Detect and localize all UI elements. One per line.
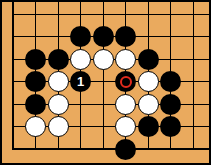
white-stone [138, 71, 159, 92]
black-stone [160, 71, 181, 92]
intersection-c5-r1[interactable] [92, 3, 115, 26]
intersection-c7-r3[interactable] [137, 48, 160, 71]
intersection-c3-r2[interactable] [47, 25, 70, 48]
intersection-c6-r2[interactable] [114, 25, 137, 48]
black-stone [115, 139, 136, 160]
intersection-c6-r3[interactable] [114, 48, 137, 71]
black-stone [138, 116, 159, 137]
black-stone [70, 26, 91, 47]
black-stone [25, 49, 46, 70]
white-stone [25, 116, 46, 137]
intersection-c8-r6[interactable] [159, 115, 182, 138]
intersection-c3-r6[interactable] [47, 115, 70, 138]
intersection-c6-r4[interactable] [114, 70, 137, 93]
intersection-c9-r6[interactable] [182, 115, 205, 138]
white-stone [70, 49, 91, 70]
white-stone [115, 49, 136, 70]
intersection-c7-r7[interactable] [137, 138, 160, 161]
intersection-c7-r5[interactable] [137, 93, 160, 116]
intersection-c4-r1[interactable] [69, 3, 92, 26]
go-diagram: 1 [0, 0, 211, 165]
intersection-c6-r5[interactable] [114, 93, 137, 116]
intersection-c1-r6[interactable] [2, 115, 25, 138]
black-stone [138, 49, 159, 70]
intersection-c3-r3[interactable] [47, 48, 70, 71]
intersection-c1-r2[interactable] [2, 25, 25, 48]
white-stone [138, 94, 159, 115]
intersection-c5-r6[interactable] [92, 115, 115, 138]
intersection-c2-r6[interactable] [24, 115, 47, 138]
intersection-c3-r4[interactable] [47, 70, 70, 93]
intersection-c9-r7[interactable] [182, 138, 205, 161]
white-stone [48, 71, 69, 92]
intersection-c2-r7[interactable] [24, 138, 47, 161]
intersection-c2-r3[interactable] [24, 48, 47, 71]
intersection-c3-r7[interactable] [47, 138, 70, 161]
black-stone [115, 26, 136, 47]
intersection-c8-r7[interactable] [159, 138, 182, 161]
intersection-c4-r3[interactable] [69, 48, 92, 71]
intersection-c5-r3[interactable] [92, 48, 115, 71]
intersection-c6-r1[interactable] [114, 3, 137, 26]
intersection-c8-r4[interactable] [159, 70, 182, 93]
intersection-c6-r7[interactable] [114, 138, 137, 161]
intersection-c5-r7[interactable] [92, 138, 115, 161]
intersection-c7-r4[interactable] [137, 70, 160, 93]
white-stone [48, 94, 69, 115]
intersection-c1-r1[interactable] [2, 3, 25, 26]
intersection-c4-r5[interactable] [69, 93, 92, 116]
intersection-c9-r5[interactable] [182, 93, 205, 116]
intersection-c2-r1[interactable] [24, 3, 47, 26]
black-stone [160, 116, 181, 137]
intersection-c8-r2[interactable] [159, 25, 182, 48]
white-stone [115, 94, 136, 115]
intersection-c6-r6[interactable] [114, 115, 137, 138]
black-stone: 1 [70, 71, 91, 92]
black-stone [48, 49, 69, 70]
black-stone [25, 94, 46, 115]
intersection-c5-r4[interactable] [92, 70, 115, 93]
intersection-c8-r3[interactable] [159, 48, 182, 71]
intersection-c9-r2[interactable] [182, 25, 205, 48]
intersection-c4-r6[interactable] [69, 115, 92, 138]
intersection-c8-r1[interactable] [159, 3, 182, 26]
intersection-c2-r2[interactable] [24, 25, 47, 48]
intersection-c4-r2[interactable] [69, 25, 92, 48]
intersection-c4-r4[interactable]: 1 [69, 70, 92, 93]
black-stone [115, 71, 136, 92]
intersection-c3-r1[interactable] [47, 3, 70, 26]
black-stone [160, 94, 181, 115]
intersection-c7-r6[interactable] [137, 115, 160, 138]
intersection-c4-r7[interactable] [69, 138, 92, 161]
intersection-c8-r5[interactable] [159, 93, 182, 116]
intersection-c9-r1[interactable] [182, 3, 205, 26]
intersection-c7-r2[interactable] [137, 25, 160, 48]
intersection-c9-r3[interactable] [182, 48, 205, 71]
intersection-c1-r4[interactable] [2, 70, 25, 93]
intersection-c2-r5[interactable] [24, 93, 47, 116]
white-stone [115, 116, 136, 137]
move-number-label: 1 [77, 75, 84, 88]
intersection-c1-r3[interactable] [2, 48, 25, 71]
intersection-c1-r7[interactable] [2, 138, 25, 161]
black-stone [93, 26, 114, 47]
intersection-c1-r5[interactable] [2, 93, 25, 116]
white-stone [93, 49, 114, 70]
intersection-c5-r2[interactable] [92, 25, 115, 48]
white-stone [48, 116, 69, 137]
intersection-c5-r5[interactable] [92, 93, 115, 116]
go-board: 1 [2, 3, 205, 161]
circle-marker [120, 76, 132, 88]
intersection-c9-r4[interactable] [182, 70, 205, 93]
intersection-c7-r1[interactable] [137, 3, 160, 26]
intersection-c3-r5[interactable] [47, 93, 70, 116]
black-stone [25, 71, 46, 92]
intersection-c2-r4[interactable] [24, 70, 47, 93]
